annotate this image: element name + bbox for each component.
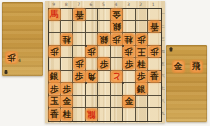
board-square[interactable]: [148, 9, 160, 21]
board-square[interactable]: [123, 21, 135, 33]
board-square[interactable]: [98, 46, 110, 58]
shogi-piece-gote[interactable]: 歩: [6, 52, 17, 63]
board-square[interactable]: 歩: [111, 33, 123, 45]
shogi-piece-sente[interactable]: 香: [149, 71, 160, 82]
board-square[interactable]: [98, 83, 110, 95]
shogi-piece-sente[interactable]: 金: [61, 96, 72, 107]
board-square[interactable]: 歩: [123, 46, 135, 58]
shogi-piece-gote[interactable]: 龍: [86, 109, 97, 120]
board-square[interactable]: [73, 46, 85, 58]
shogi-piece-sente[interactable]: 歩: [74, 71, 85, 82]
shogi-board: 987654321 一二三四五六七八九 馬香金銀香桂銀歩桂歩歩歩歩王歩歩歩歩桂銀…: [45, 1, 165, 123]
board-square[interactable]: [123, 71, 135, 83]
board-square[interactable]: [136, 21, 148, 33]
board-grid: 馬香金銀香桂銀歩桂歩歩歩歩王歩歩歩歩桂銀歩角と歩香歩歩銀玉金金香桂龍: [48, 8, 162, 122]
board-square[interactable]: [73, 108, 85, 120]
shogi-piece-sente[interactable]: 金: [173, 61, 184, 72]
board-square[interactable]: [136, 96, 148, 108]
shogi-piece-gote[interactable]: 歩: [123, 46, 134, 57]
board-square[interactable]: [123, 83, 135, 95]
board-square[interactable]: 銀: [136, 83, 148, 95]
board-square[interactable]: 桂: [136, 58, 148, 70]
shogi-piece-gote[interactable]: 桂: [61, 34, 72, 45]
gote-hand-tray: 歩4: [2, 2, 43, 76]
board-square[interactable]: 歩: [49, 83, 61, 95]
board-square[interactable]: [148, 96, 160, 108]
board-square[interactable]: 歩: [123, 58, 135, 70]
board-square[interactable]: [123, 108, 135, 120]
board-square[interactable]: 金: [61, 96, 73, 108]
board-square[interactable]: 玉: [49, 96, 61, 108]
sente-hand-tray: 金飛: [166, 45, 207, 122]
board-square[interactable]: 金: [123, 96, 135, 108]
board-square[interactable]: [61, 71, 73, 83]
board-square[interactable]: [49, 33, 61, 45]
board-square[interactable]: [136, 9, 148, 21]
board-square[interactable]: 金: [111, 9, 123, 21]
board-square[interactable]: 歩: [73, 71, 85, 83]
shogi-piece-sente[interactable]: 歩: [98, 58, 109, 69]
board-square[interactable]: [86, 83, 98, 95]
board-square[interactable]: [148, 83, 160, 95]
shogi-piece-sente[interactable]: 玉: [49, 96, 60, 107]
board-square[interactable]: [136, 108, 148, 120]
shogi-piece-sente[interactable]: 金: [123, 96, 134, 107]
board-square[interactable]: [61, 21, 73, 33]
board-square[interactable]: 桂: [61, 33, 73, 45]
shogi-piece-sente[interactable]: 歩: [123, 58, 134, 69]
shogi-piece-sente[interactable]: 香: [49, 109, 60, 120]
board-square[interactable]: 歩: [136, 71, 148, 83]
gote-marker-icon: [4, 70, 8, 75]
shogi-piece-sente[interactable]: 桂: [136, 58, 147, 69]
board-square[interactable]: [73, 96, 85, 108]
shogi-piece-sente[interactable]: 馬: [49, 9, 60, 20]
shogi-piece-sente[interactable]: 歩: [49, 83, 60, 94]
shogi-piece-gote[interactable]: 桂: [123, 34, 134, 45]
board-square[interactable]: [61, 46, 73, 58]
board-square[interactable]: 歩: [98, 58, 110, 70]
board-square[interactable]: [98, 9, 110, 21]
shogi-piece-gote[interactable]: 香: [74, 9, 85, 20]
board-square[interactable]: 歩: [73, 58, 85, 70]
shogi-piece-gote[interactable]: 王: [136, 46, 147, 57]
board-square[interactable]: 角: [86, 71, 98, 83]
board-square[interactable]: [98, 96, 110, 108]
shogi-piece-sente[interactable]: 銀: [49, 71, 60, 82]
shogi-piece-gote[interactable]: 角: [86, 71, 97, 82]
board-square[interactable]: [73, 83, 85, 95]
board-square[interactable]: [111, 46, 123, 58]
board-square[interactable]: [98, 21, 110, 33]
board-square[interactable]: 銀: [49, 71, 61, 83]
hoshi-dot: [85, 45, 87, 47]
shogi-piece-gote[interactable]: と: [111, 71, 122, 82]
board-square[interactable]: 香: [73, 9, 85, 21]
shogi-piece-sente[interactable]: 飛: [191, 61, 202, 72]
hand-piece-count: 4: [18, 58, 21, 63]
board-square[interactable]: 歩: [49, 46, 61, 58]
shogi-piece-sente[interactable]: 銀: [136, 83, 147, 94]
sente-marker-icon: [169, 47, 173, 52]
board-square[interactable]: 歩: [61, 83, 73, 95]
board-square[interactable]: [148, 33, 160, 45]
board-square[interactable]: [73, 21, 85, 33]
shogi-piece-gote[interactable]: 歩: [49, 46, 60, 57]
shogi-piece-gote[interactable]: 歩: [74, 58, 85, 69]
board-square[interactable]: [86, 58, 98, 70]
shogi-piece-sente[interactable]: 歩: [61, 83, 72, 94]
board-square[interactable]: [73, 33, 85, 45]
board-square[interactable]: [86, 9, 98, 21]
board-square[interactable]: 桂: [123, 33, 135, 45]
board-square[interactable]: 銀: [111, 21, 123, 33]
board-square[interactable]: 歩: [86, 46, 98, 58]
board-square[interactable]: [111, 108, 123, 120]
board-square[interactable]: [86, 21, 98, 33]
board-square[interactable]: [123, 9, 135, 21]
shogi-piece-gote[interactable]: 銀: [98, 34, 109, 45]
shogi-piece-gote[interactable]: 銀: [111, 21, 122, 32]
shogi-piece-gote[interactable]: 香: [149, 21, 160, 32]
board-square[interactable]: [49, 58, 61, 70]
board-square[interactable]: と: [111, 71, 123, 83]
shogi-piece-gote[interactable]: 歩: [86, 46, 97, 57]
shogi-piece-sente[interactable]: 桂: [61, 109, 72, 120]
board-square[interactable]: 香: [148, 71, 160, 83]
board-square[interactable]: 王: [136, 46, 148, 58]
board-square[interactable]: [98, 71, 110, 83]
shogi-piece-sente[interactable]: 歩: [136, 71, 147, 82]
board-square[interactable]: 馬: [49, 9, 61, 21]
board-square[interactable]: [86, 33, 98, 45]
shogi-app: 歩4 987654321 一二三四五六七八九 馬香金銀香桂銀歩桂歩歩歩歩王歩歩歩…: [0, 0, 210, 126]
board-square[interactable]: 香: [148, 21, 160, 33]
board-square[interactable]: 香: [49, 108, 61, 120]
board-square[interactable]: 歩: [148, 46, 160, 58]
board-square[interactable]: 銀: [98, 33, 110, 45]
board-square[interactable]: 桂: [61, 108, 73, 120]
board-square[interactable]: [86, 96, 98, 108]
board-square[interactable]: [111, 96, 123, 108]
shogi-piece-gote[interactable]: 歩: [149, 46, 160, 57]
shogi-piece-gote[interactable]: 金: [111, 9, 122, 20]
board-square[interactable]: [61, 9, 73, 21]
board-square[interactable]: [111, 83, 123, 95]
board-square[interactable]: [49, 21, 61, 33]
board-square[interactable]: [111, 58, 123, 70]
shogi-piece-gote[interactable]: 歩: [111, 34, 122, 45]
shogi-piece-gote[interactable]: 歩: [136, 34, 147, 45]
board-square[interactable]: [61, 58, 73, 70]
board-square[interactable]: [148, 108, 160, 120]
board-square[interactable]: 龍: [86, 108, 98, 120]
board-square[interactable]: [148, 58, 160, 70]
board-square[interactable]: 歩: [136, 33, 148, 45]
board-square[interactable]: [98, 108, 110, 120]
